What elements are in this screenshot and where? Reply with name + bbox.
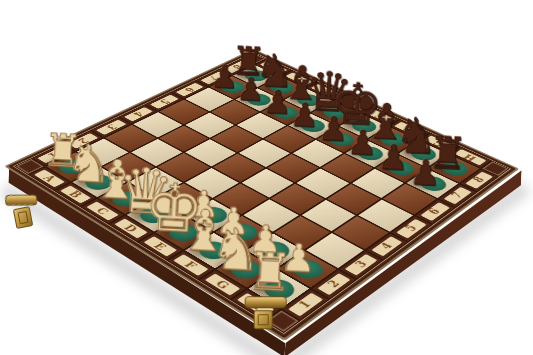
white-rook: ♜ — [245, 248, 294, 298]
chess-set: ABCDEFGH8♜♞♝♛♚♝♞♜87♟♟♟♟♟♟♟♟7665544332♟♟♟… — [0, 0, 533, 355]
rank-label-text: 8 — [472, 176, 487, 184]
rank-label-text: 5 — [404, 224, 420, 233]
black-pawn: ♟ — [347, 127, 378, 159]
label-plate: 3 — [96, 120, 126, 135]
label-plate: E — [143, 236, 177, 257]
rank-label-text: 4 — [379, 241, 395, 251]
rank-label-text: 3 — [353, 260, 369, 270]
latch-keeper — [13, 206, 34, 229]
latch-bar — [245, 296, 287, 308]
rank-label-text: 5 — [158, 98, 171, 105]
product-photo-stage: ABCDEFGH8♜♞♝♛♚♝♞♜87♟♟♟♟♟♟♟♟7665544332♟♟♟… — [0, 0, 533, 355]
rank-label-text: 4 — [132, 111, 145, 118]
black-pawn: ♟ — [378, 141, 410, 174]
file-label-text: D — [122, 223, 139, 233]
black-pawn: ♟ — [290, 100, 320, 131]
rank-label-text: 2 — [326, 279, 343, 289]
label-plate: 3 — [345, 254, 378, 275]
black-pawn: ♟ — [236, 75, 265, 105]
file-label-text: G — [214, 279, 232, 291]
rank-label-text: 1 — [297, 299, 314, 310]
file-label-text: B — [67, 190, 84, 199]
file-label-text: A — [41, 174, 57, 183]
black-pawn: ♟ — [318, 113, 349, 145]
file-label-text: C — [94, 206, 111, 215]
black-pawn: ♟ — [263, 87, 293, 118]
brass-latch-front — [243, 294, 291, 340]
rank-label-text: 6 — [183, 86, 196, 92]
file-label-text: F — [182, 260, 199, 270]
rank-label-text: 3 — [104, 124, 118, 131]
chess-board-grid: ABCDEFGH8♜♞♝♛♚♝♞♜87♟♟♟♟♟♟♟♟7665544332♟♟♟… — [15, 53, 510, 333]
latch-bar — [5, 194, 37, 206]
rank-label-text: 6 — [428, 207, 443, 216]
rank-label-text: 7 — [450, 191, 465, 199]
latch-keeper — [254, 310, 273, 329]
file-label-text: E — [152, 241, 169, 251]
black-pawn: ♟ — [409, 156, 442, 189]
